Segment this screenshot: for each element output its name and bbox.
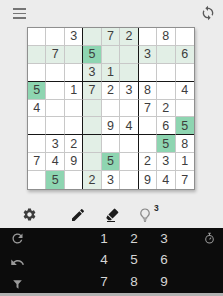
keypad-digit-4[interactable]: 4 [89,249,119,270]
sudoku-cell-r3c7[interactable] [139,64,157,82]
sudoku-cell-r8c5[interactable]: 5 [102,153,120,171]
pencil-icon[interactable] [70,207,86,223]
lightbulb-hint-icon[interactable] [137,207,153,223]
keypad-digits: 123456789 [89,228,179,292]
sudoku-cell-r5c8[interactable]: 2 [157,100,175,118]
new-game-refresh-icon[interactable] [200,5,216,21]
sudoku-cell-r7c5[interactable] [102,135,120,153]
sudoku-cell-r6c8[interactable]: 6 [157,117,175,135]
sudoku-cell-r6c9[interactable]: 5 [176,117,194,135]
sudoku-cell-r7c1[interactable] [28,135,46,153]
sudoku-cell-r9c1[interactable] [28,171,46,189]
sudoku-cell-r3c2[interactable] [46,64,64,82]
keypad-digit-8[interactable]: 8 [119,271,149,292]
sudoku-cell-r4c3[interactable]: 1 [65,82,83,100]
sudoku-cell-r7c3[interactable]: 2 [65,135,83,153]
sudoku-cell-r5c4[interactable] [83,100,101,118]
sudoku-app: 3728753631517238447294653258749523152394… [0,0,223,296]
sudoku-cell-r2c3[interactable] [65,46,83,64]
keypad-digit-2[interactable]: 2 [119,228,149,249]
sudoku-cell-r1c5[interactable]: 7 [102,28,120,46]
sudoku-cell-r1c7[interactable] [139,28,157,46]
sudoku-cell-r4c7[interactable]: 8 [139,82,157,100]
sudoku-cell-r6c1[interactable] [28,117,46,135]
sudoku-cell-r4c8[interactable] [157,82,175,100]
sudoku-cell-r2c4[interactable]: 5 [83,46,101,64]
sudoku-cell-r3c3[interactable] [65,64,83,82]
sudoku-cell-r4c9[interactable]: 4 [176,82,194,100]
sudoku-cell-r2c2[interactable]: 7 [46,46,64,64]
stopwatch-icon[interactable] [203,232,216,245]
sudoku-cell-r5c3[interactable] [65,100,83,118]
sudoku-cell-r8c8[interactable]: 3 [157,153,175,171]
keypad-digit-6[interactable]: 6 [149,249,179,270]
sudoku-cell-r9c3[interactable] [65,171,83,189]
sudoku-cell-r7c4[interactable] [83,135,101,153]
sudoku-cell-r6c5[interactable]: 9 [102,117,120,135]
sudoku-cell-r1c8[interactable]: 8 [157,28,175,46]
sudoku-cell-r5c5[interactable] [102,100,120,118]
keypad-digit-7[interactable]: 7 [89,271,119,292]
sudoku-board: 3728753631517238447294653258749523152394… [27,27,195,190]
sudoku-cell-r1c9[interactable] [176,28,194,46]
top-bar [0,0,223,26]
undo-icon[interactable] [10,255,25,270]
sudoku-cell-r1c6[interactable]: 2 [120,28,138,46]
sudoku-cell-r1c2[interactable] [46,28,64,46]
sudoku-cell-r7c9[interactable]: 8 [176,135,194,153]
sudoku-cell-r2c5[interactable] [102,46,120,64]
sudoku-cell-r4c5[interactable]: 2 [102,82,120,100]
sudoku-cell-r8c9[interactable]: 1 [176,153,194,171]
sudoku-cell-r3c8[interactable] [157,64,175,82]
sudoku-cell-r8c4[interactable] [83,153,101,171]
sudoku-cell-r4c4[interactable]: 7 [83,82,101,100]
sudoku-cell-r9c7[interactable]: 9 [139,171,157,189]
hamburger-menu-icon[interactable] [13,8,26,19]
sudoku-cell-r8c7[interactable]: 2 [139,153,157,171]
keypad-digit-9[interactable]: 9 [149,271,179,292]
sudoku-cell-r4c1[interactable]: 5 [28,82,46,100]
sudoku-cell-r5c9[interactable] [176,100,194,118]
sudoku-cell-r6c4[interactable] [83,117,101,135]
sudoku-cell-r7c7[interactable] [139,135,157,153]
sudoku-cell-r3c1[interactable] [28,64,46,82]
sudoku-cell-r6c2[interactable] [46,117,64,135]
sudoku-cell-r7c2[interactable]: 3 [46,135,64,153]
sudoku-cell-r1c4[interactable] [83,28,101,46]
sudoku-cell-r1c3[interactable]: 3 [65,28,83,46]
keypad-digit-5[interactable]: 5 [119,249,149,270]
sudoku-cell-r9c5[interactable]: 3 [102,171,120,189]
sudoku-cell-r9c6[interactable] [120,171,138,189]
sudoku-cell-r5c7[interactable]: 7 [139,100,157,118]
sudoku-cell-r1c1[interactable] [28,28,46,46]
sudoku-cell-r2c8[interactable] [157,46,175,64]
sudoku-cell-r5c1[interactable]: 4 [28,100,46,118]
sudoku-cell-r7c8[interactable]: 5 [157,135,175,153]
sudoku-cell-r8c2[interactable]: 4 [46,153,64,171]
toolbar: 3 [0,202,223,228]
sudoku-cell-r5c2[interactable] [46,100,64,118]
sudoku-cell-r8c3[interactable]: 9 [65,153,83,171]
sudoku-cell-r9c9[interactable]: 7 [176,171,194,189]
sudoku-cell-r6c7[interactable] [139,117,157,135]
sudoku-cell-r9c4[interactable]: 2 [83,171,101,189]
sudoku-cell-r3c9[interactable] [176,64,194,82]
sudoku-cell-r8c6[interactable] [120,153,138,171]
sudoku-cell-r9c8[interactable]: 4 [157,171,175,189]
funnel-icon[interactable] [11,278,24,291]
sudoku-cell-r4c6[interactable]: 3 [120,82,138,100]
sudoku-cell-r2c9[interactable]: 6 [176,46,194,64]
eraser-icon[interactable] [104,207,120,223]
sudoku-cell-r5c6[interactable] [120,100,138,118]
keypad-digit-1[interactable]: 1 [89,228,119,249]
keypad-digit-3[interactable]: 3 [149,228,179,249]
hints-remaining-badge: 3 [154,203,159,213]
sudoku-cell-r4c2[interactable] [46,82,64,100]
sudoku-cell-r2c1[interactable] [28,46,46,64]
keypad-panel: 123456789 [0,228,223,293]
sudoku-cell-r8c1[interactable]: 7 [28,153,46,171]
sudoku-cell-r6c3[interactable] [65,117,83,135]
sudoku-cell-r3c4[interactable]: 3 [83,64,101,82]
restart-icon[interactable] [10,231,25,246]
sudoku-cell-r2c6[interactable] [120,46,138,64]
sudoku-cell-r7c6[interactable] [120,135,138,153]
sudoku-cell-r2c7[interactable]: 3 [139,46,157,64]
sudoku-cell-r9c2[interactable]: 5 [46,171,64,189]
gear-icon[interactable] [22,207,37,222]
sudoku-cell-r3c6[interactable] [120,64,138,82]
sudoku-cell-r3c5[interactable]: 1 [102,64,120,82]
sudoku-cell-r6c6[interactable]: 4 [120,117,138,135]
